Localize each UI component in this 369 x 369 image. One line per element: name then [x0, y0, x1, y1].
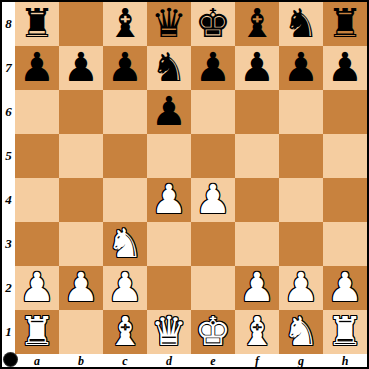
rank-label-8: 8 — [2, 2, 15, 46]
piece-black-pawn[interactable]: ♟ — [19, 47, 55, 87]
square-f3[interactable] — [235, 222, 279, 266]
square-f7[interactable]: ♟ — [235, 46, 279, 90]
square-d1[interactable]: ♛ — [147, 310, 191, 354]
chess-diagram: ♜♝♛♚♝♞♜♟♟♟♞♟♟♟♟♟♟♟♞♟♟♟♟♟♟♜♝♛♚♝♞♜ 8765432… — [0, 0, 369, 369]
square-c5[interactable] — [103, 134, 147, 178]
piece-white-pawn[interactable]: ♟ — [107, 267, 143, 307]
square-d7[interactable]: ♞ — [147, 46, 191, 90]
piece-white-rook[interactable]: ♜ — [19, 311, 55, 351]
piece-black-pawn[interactable]: ♟ — [239, 47, 275, 87]
chess-board: ♜♝♛♚♝♞♜♟♟♟♞♟♟♟♟♟♟♟♞♟♟♟♟♟♟♜♝♛♚♝♞♜ — [15, 2, 367, 354]
square-f1[interactable]: ♝ — [235, 310, 279, 354]
rank-label-4: 4 — [2, 178, 15, 222]
rank-label-5: 5 — [2, 134, 15, 178]
square-c7[interactable]: ♟ — [103, 46, 147, 90]
piece-black-rook[interactable]: ♜ — [327, 3, 363, 43]
square-e6[interactable] — [191, 90, 235, 134]
square-a2[interactable]: ♟ — [15, 266, 59, 310]
square-b8[interactable] — [59, 2, 103, 46]
square-d2[interactable] — [147, 266, 191, 310]
rank-labels: 87654321 — [2, 2, 15, 354]
piece-black-pawn[interactable]: ♟ — [327, 47, 363, 87]
square-c6[interactable] — [103, 90, 147, 134]
square-e7[interactable]: ♟ — [191, 46, 235, 90]
piece-white-bishop[interactable]: ♝ — [107, 311, 143, 351]
side-to-move-indicator — [4, 353, 17, 366]
square-b5[interactable] — [59, 134, 103, 178]
rank-label-2: 2 — [2, 266, 15, 310]
square-a3[interactable] — [15, 222, 59, 266]
square-e2[interactable] — [191, 266, 235, 310]
file-label-h: h — [323, 354, 367, 369]
square-a7[interactable]: ♟ — [15, 46, 59, 90]
square-d3[interactable] — [147, 222, 191, 266]
square-c4[interactable] — [103, 178, 147, 222]
square-h3[interactable] — [323, 222, 367, 266]
square-d4[interactable]: ♟ — [147, 178, 191, 222]
square-h2[interactable]: ♟ — [323, 266, 367, 310]
file-label-d: d — [147, 354, 191, 369]
piece-black-pawn[interactable]: ♟ — [107, 47, 143, 87]
square-f4[interactable] — [235, 178, 279, 222]
square-g2[interactable]: ♟ — [279, 266, 323, 310]
piece-black-knight[interactable]: ♞ — [151, 47, 187, 87]
square-e8[interactable]: ♚ — [191, 2, 235, 46]
piece-black-bishop[interactable]: ♝ — [107, 3, 143, 43]
piece-white-rook[interactable]: ♜ — [327, 311, 363, 351]
piece-black-pawn[interactable]: ♟ — [283, 47, 319, 87]
file-label-g: g — [279, 354, 323, 369]
square-a1[interactable]: ♜ — [15, 310, 59, 354]
piece-white-knight[interactable]: ♞ — [283, 311, 319, 351]
square-h5[interactable] — [323, 134, 367, 178]
piece-black-bishop[interactable]: ♝ — [239, 3, 275, 43]
piece-black-king[interactable]: ♚ — [195, 3, 231, 43]
square-e3[interactable] — [191, 222, 235, 266]
piece-white-pawn[interactable]: ♟ — [327, 267, 363, 307]
square-d8[interactable]: ♛ — [147, 2, 191, 46]
file-label-a: a — [15, 354, 59, 369]
piece-black-pawn[interactable]: ♟ — [63, 47, 99, 87]
piece-black-queen[interactable]: ♛ — [151, 3, 187, 43]
square-c8[interactable]: ♝ — [103, 2, 147, 46]
file-label-b: b — [59, 354, 103, 369]
square-a5[interactable] — [15, 134, 59, 178]
square-d6[interactable]: ♟ — [147, 90, 191, 134]
square-b1[interactable] — [59, 310, 103, 354]
square-e4[interactable]: ♟ — [191, 178, 235, 222]
rank-label-3: 3 — [2, 222, 15, 266]
piece-black-rook[interactable]: ♜ — [19, 3, 55, 43]
piece-white-pawn[interactable]: ♟ — [151, 179, 187, 219]
rank-label-1: 1 — [2, 310, 15, 354]
square-h4[interactable] — [323, 178, 367, 222]
square-h1[interactable]: ♜ — [323, 310, 367, 354]
square-f5[interactable] — [235, 134, 279, 178]
square-f2[interactable]: ♟ — [235, 266, 279, 310]
square-c1[interactable]: ♝ — [103, 310, 147, 354]
square-d5[interactable] — [147, 134, 191, 178]
square-b2[interactable]: ♟ — [59, 266, 103, 310]
square-h8[interactable]: ♜ — [323, 2, 367, 46]
piece-white-pawn[interactable]: ♟ — [239, 267, 275, 307]
square-a6[interactable] — [15, 90, 59, 134]
piece-white-knight[interactable]: ♞ — [107, 223, 143, 263]
rank-label-7: 7 — [2, 46, 15, 90]
square-b3[interactable] — [59, 222, 103, 266]
square-g4[interactable] — [279, 178, 323, 222]
square-f8[interactable]: ♝ — [235, 2, 279, 46]
file-label-c: c — [103, 354, 147, 369]
square-b4[interactable] — [59, 178, 103, 222]
square-g8[interactable]: ♞ — [279, 2, 323, 46]
square-e1[interactable]: ♚ — [191, 310, 235, 354]
file-label-f: f — [235, 354, 279, 369]
square-g3[interactable] — [279, 222, 323, 266]
file-labels: abcdefgh — [15, 354, 367, 367]
piece-white-queen[interactable]: ♛ — [151, 311, 187, 351]
square-h6[interactable] — [323, 90, 367, 134]
piece-white-pawn[interactable]: ♟ — [283, 267, 319, 307]
square-g5[interactable] — [279, 134, 323, 178]
square-c2[interactable]: ♟ — [103, 266, 147, 310]
square-b7[interactable]: ♟ — [59, 46, 103, 90]
piece-white-pawn[interactable]: ♟ — [19, 267, 55, 307]
piece-white-king[interactable]: ♚ — [195, 311, 231, 351]
piece-black-pawn[interactable]: ♟ — [151, 91, 187, 131]
square-e5[interactable] — [191, 134, 235, 178]
rank-label-6: 6 — [2, 90, 15, 134]
square-a4[interactable] — [15, 178, 59, 222]
square-a8[interactable]: ♜ — [15, 2, 59, 46]
piece-white-pawn[interactable]: ♟ — [63, 267, 99, 307]
square-h7[interactable]: ♟ — [323, 46, 367, 90]
file-label-e: e — [191, 354, 235, 369]
square-c3[interactable]: ♞ — [103, 222, 147, 266]
piece-white-bishop[interactable]: ♝ — [239, 311, 275, 351]
square-b6[interactable] — [59, 90, 103, 134]
square-g7[interactable]: ♟ — [279, 46, 323, 90]
square-g6[interactable] — [279, 90, 323, 134]
piece-black-pawn[interactable]: ♟ — [195, 47, 231, 87]
square-f6[interactable] — [235, 90, 279, 134]
piece-black-knight[interactable]: ♞ — [283, 3, 319, 43]
piece-white-pawn[interactable]: ♟ — [195, 179, 231, 219]
square-g1[interactable]: ♞ — [279, 310, 323, 354]
